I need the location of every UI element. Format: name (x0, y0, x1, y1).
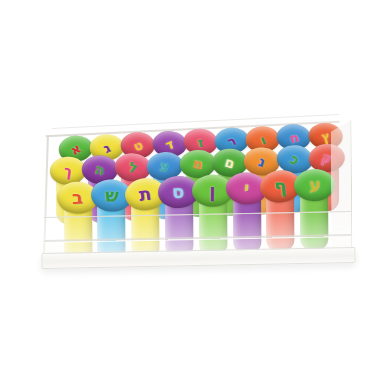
stamp-box: אגטדזרוחץךהלצמםנכקבשתסןיףע (0, 0, 375, 375)
stamp-cap: ע (293, 168, 336, 202)
stamp-letter: ב (72, 189, 84, 207)
stamp-letter: ש (104, 187, 118, 205)
stamps-tray: אגטדזרוחץךהלצמםנכקבשתסןיףע (0, 0, 374, 1)
stamp-row-front: בשתסןיףע (0, 0, 375, 375)
stamp-letter: ת (138, 184, 153, 203)
stamp-letter: ן (210, 181, 216, 199)
product-photo: אגטדזרוחץךהלצמםנכקבשתסןיףע (0, 0, 375, 375)
stamp-letter: ע (308, 176, 320, 194)
stamp-letter: י (243, 179, 250, 197)
stamp-letter: ס (172, 183, 185, 202)
stamp-letter: ף (274, 177, 288, 196)
